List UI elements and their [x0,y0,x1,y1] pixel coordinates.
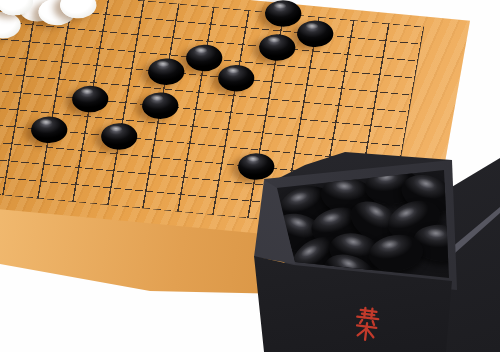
tray-kanji-icon [350,303,384,344]
photo-scene [0,0,500,352]
